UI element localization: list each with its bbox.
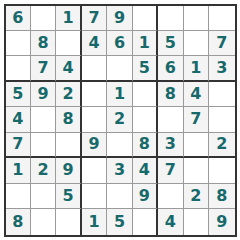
cell-r9c9[interactable]: 9 <box>209 209 234 234</box>
cell-r7c4[interactable] <box>82 158 107 183</box>
cell-r8c6[interactable]: 9 <box>133 184 158 209</box>
cell-r9c2[interactable] <box>31 209 56 234</box>
cell-r6c7[interactable]: 3 <box>158 133 183 158</box>
cell-r6c2[interactable] <box>31 133 56 158</box>
cell-r2c1[interactable] <box>6 31 31 56</box>
cell-r1c6[interactable] <box>133 6 158 31</box>
cell-r6c8[interactable] <box>184 133 209 158</box>
cell-r5c4[interactable] <box>82 107 107 132</box>
cell-r1c1[interactable]: 6 <box>6 6 31 31</box>
cell-r1c9[interactable] <box>209 6 234 31</box>
cell-r3c3[interactable]: 4 <box>56 56 81 81</box>
cell-r8c1[interactable] <box>6 184 31 209</box>
cell-r6c5[interactable] <box>107 133 132 158</box>
cell-r2c5[interactable]: 6 <box>107 31 132 56</box>
cell-r5c8[interactable]: 7 <box>184 107 209 132</box>
cell-r4c1[interactable]: 5 <box>6 82 31 107</box>
cell-r9c6[interactable] <box>133 209 158 234</box>
cell-r2c2[interactable]: 8 <box>31 31 56 56</box>
cell-r1c2[interactable] <box>31 6 56 31</box>
cell-r7c6[interactable]: 4 <box>133 158 158 183</box>
cell-r5c3[interactable]: 8 <box>56 107 81 132</box>
cell-r3c5[interactable] <box>107 56 132 81</box>
cell-r7c5[interactable]: 3 <box>107 158 132 183</box>
cell-r9c4[interactable]: 1 <box>82 209 107 234</box>
cell-r4c7[interactable]: 8 <box>158 82 183 107</box>
cell-r5c7[interactable] <box>158 107 183 132</box>
cell-r8c4[interactable] <box>82 184 107 209</box>
cell-r2c3[interactable] <box>56 31 81 56</box>
cell-r8c7[interactable] <box>158 184 183 209</box>
cell-r7c8[interactable] <box>184 158 209 183</box>
cell-r5c9[interactable] <box>209 107 234 132</box>
cell-r8c5[interactable] <box>107 184 132 209</box>
cell-r5c1[interactable]: 4 <box>6 107 31 132</box>
cell-r1c4[interactable]: 7 <box>82 6 107 31</box>
cell-r3c8[interactable]: 1 <box>184 56 209 81</box>
sudoku-page: 6179846157745613592184482779832129347592… <box>0 0 240 240</box>
cell-r2c9[interactable]: 7 <box>209 31 234 56</box>
cell-r2c8[interactable] <box>184 31 209 56</box>
cell-r6c1[interactable]: 7 <box>6 133 31 158</box>
cell-r3c1[interactable] <box>6 56 31 81</box>
cell-r4c6[interactable] <box>133 82 158 107</box>
cell-r9c5[interactable]: 5 <box>107 209 132 234</box>
cell-r6c6[interactable]: 8 <box>133 133 158 158</box>
cell-r8c9[interactable]: 8 <box>209 184 234 209</box>
cell-r2c4[interactable]: 4 <box>82 31 107 56</box>
cell-r5c5[interactable]: 2 <box>107 107 132 132</box>
cell-r4c5[interactable]: 1 <box>107 82 132 107</box>
cell-r6c3[interactable] <box>56 133 81 158</box>
cell-r6c9[interactable]: 2 <box>209 133 234 158</box>
cell-r5c6[interactable] <box>133 107 158 132</box>
cell-r9c3[interactable] <box>56 209 81 234</box>
cell-r3c9[interactable]: 3 <box>209 56 234 81</box>
cell-r7c1[interactable]: 1 <box>6 158 31 183</box>
cell-r8c2[interactable] <box>31 184 56 209</box>
cell-r8c3[interactable]: 5 <box>56 184 81 209</box>
cell-r1c5[interactable]: 9 <box>107 6 132 31</box>
cell-r1c8[interactable] <box>184 6 209 31</box>
cell-r4c3[interactable]: 2 <box>56 82 81 107</box>
cell-r6c4[interactable]: 9 <box>82 133 107 158</box>
cell-r7c3[interactable]: 9 <box>56 158 81 183</box>
cell-r9c8[interactable] <box>184 209 209 234</box>
cell-r8c8[interactable]: 2 <box>184 184 209 209</box>
cell-r3c2[interactable]: 7 <box>31 56 56 81</box>
cell-r4c8[interactable]: 4 <box>184 82 209 107</box>
cell-r1c3[interactable]: 1 <box>56 6 81 31</box>
cell-r3c6[interactable]: 5 <box>133 56 158 81</box>
cell-r2c6[interactable]: 1 <box>133 31 158 56</box>
cell-r7c2[interactable]: 2 <box>31 158 56 183</box>
cell-r1c7[interactable] <box>158 6 183 31</box>
cell-r4c2[interactable]: 9 <box>31 82 56 107</box>
cell-r9c7[interactable]: 4 <box>158 209 183 234</box>
cell-r7c7[interactable]: 7 <box>158 158 183 183</box>
cell-r5c2[interactable] <box>31 107 56 132</box>
cell-r3c7[interactable]: 6 <box>158 56 183 81</box>
cell-r7c9[interactable] <box>209 158 234 183</box>
cell-r4c4[interactable] <box>82 82 107 107</box>
sudoku-board: 6179846157745613592184482779832129347592… <box>4 4 237 237</box>
cell-r2c7[interactable]: 5 <box>158 31 183 56</box>
cell-r4c9[interactable] <box>209 82 234 107</box>
cell-r3c4[interactable] <box>82 56 107 81</box>
cell-r9c1[interactable]: 8 <box>6 209 31 234</box>
